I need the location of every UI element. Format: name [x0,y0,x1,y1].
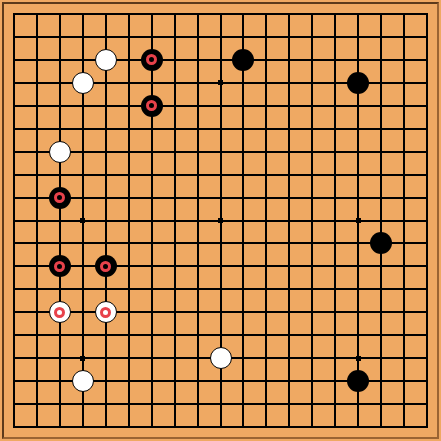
grid-line-horizontal [13,311,428,313]
white-stone [210,347,232,369]
grid-line-horizontal [13,403,428,405]
go-board[interactable] [0,0,441,441]
grid-line-horizontal [13,426,428,428]
black-stone [95,255,117,277]
star-point [356,356,361,361]
grid-line-horizontal [13,334,428,336]
grid-line-horizontal [13,242,428,244]
star-point [80,356,85,361]
circle-mark [54,192,65,203]
white-stone [72,72,94,94]
black-stone [232,49,254,71]
black-stone [347,370,369,392]
grid-line-vertical [265,13,267,428]
black-stone [49,255,71,277]
star-point [218,218,223,223]
star-point [356,218,361,223]
grid-line-vertical [334,13,336,428]
star-point [80,218,85,223]
circle-mark [100,307,111,318]
white-stone [49,301,71,323]
white-stone [72,370,94,392]
black-stone [370,232,392,254]
screenshot-root [0,0,441,441]
circle-mark [146,54,157,65]
black-stone [49,187,71,209]
grid-line-horizontal [13,288,428,290]
white-stone [95,301,117,323]
grid-line-vertical [242,13,244,428]
circle-mark [100,261,111,272]
white-stone [95,49,117,71]
white-stone [49,141,71,163]
grid-line-vertical [380,13,382,428]
circle-mark [54,261,65,272]
black-stone [141,49,163,71]
grid-line-vertical [311,13,313,428]
circle-mark [54,307,65,318]
grid-line-vertical [403,13,405,428]
star-point [218,80,223,85]
grid-line-vertical [426,13,428,428]
grid-line-horizontal [13,265,428,267]
black-stone [141,95,163,117]
grid-line-vertical [288,13,290,428]
black-stone [347,72,369,94]
circle-mark [146,100,157,111]
